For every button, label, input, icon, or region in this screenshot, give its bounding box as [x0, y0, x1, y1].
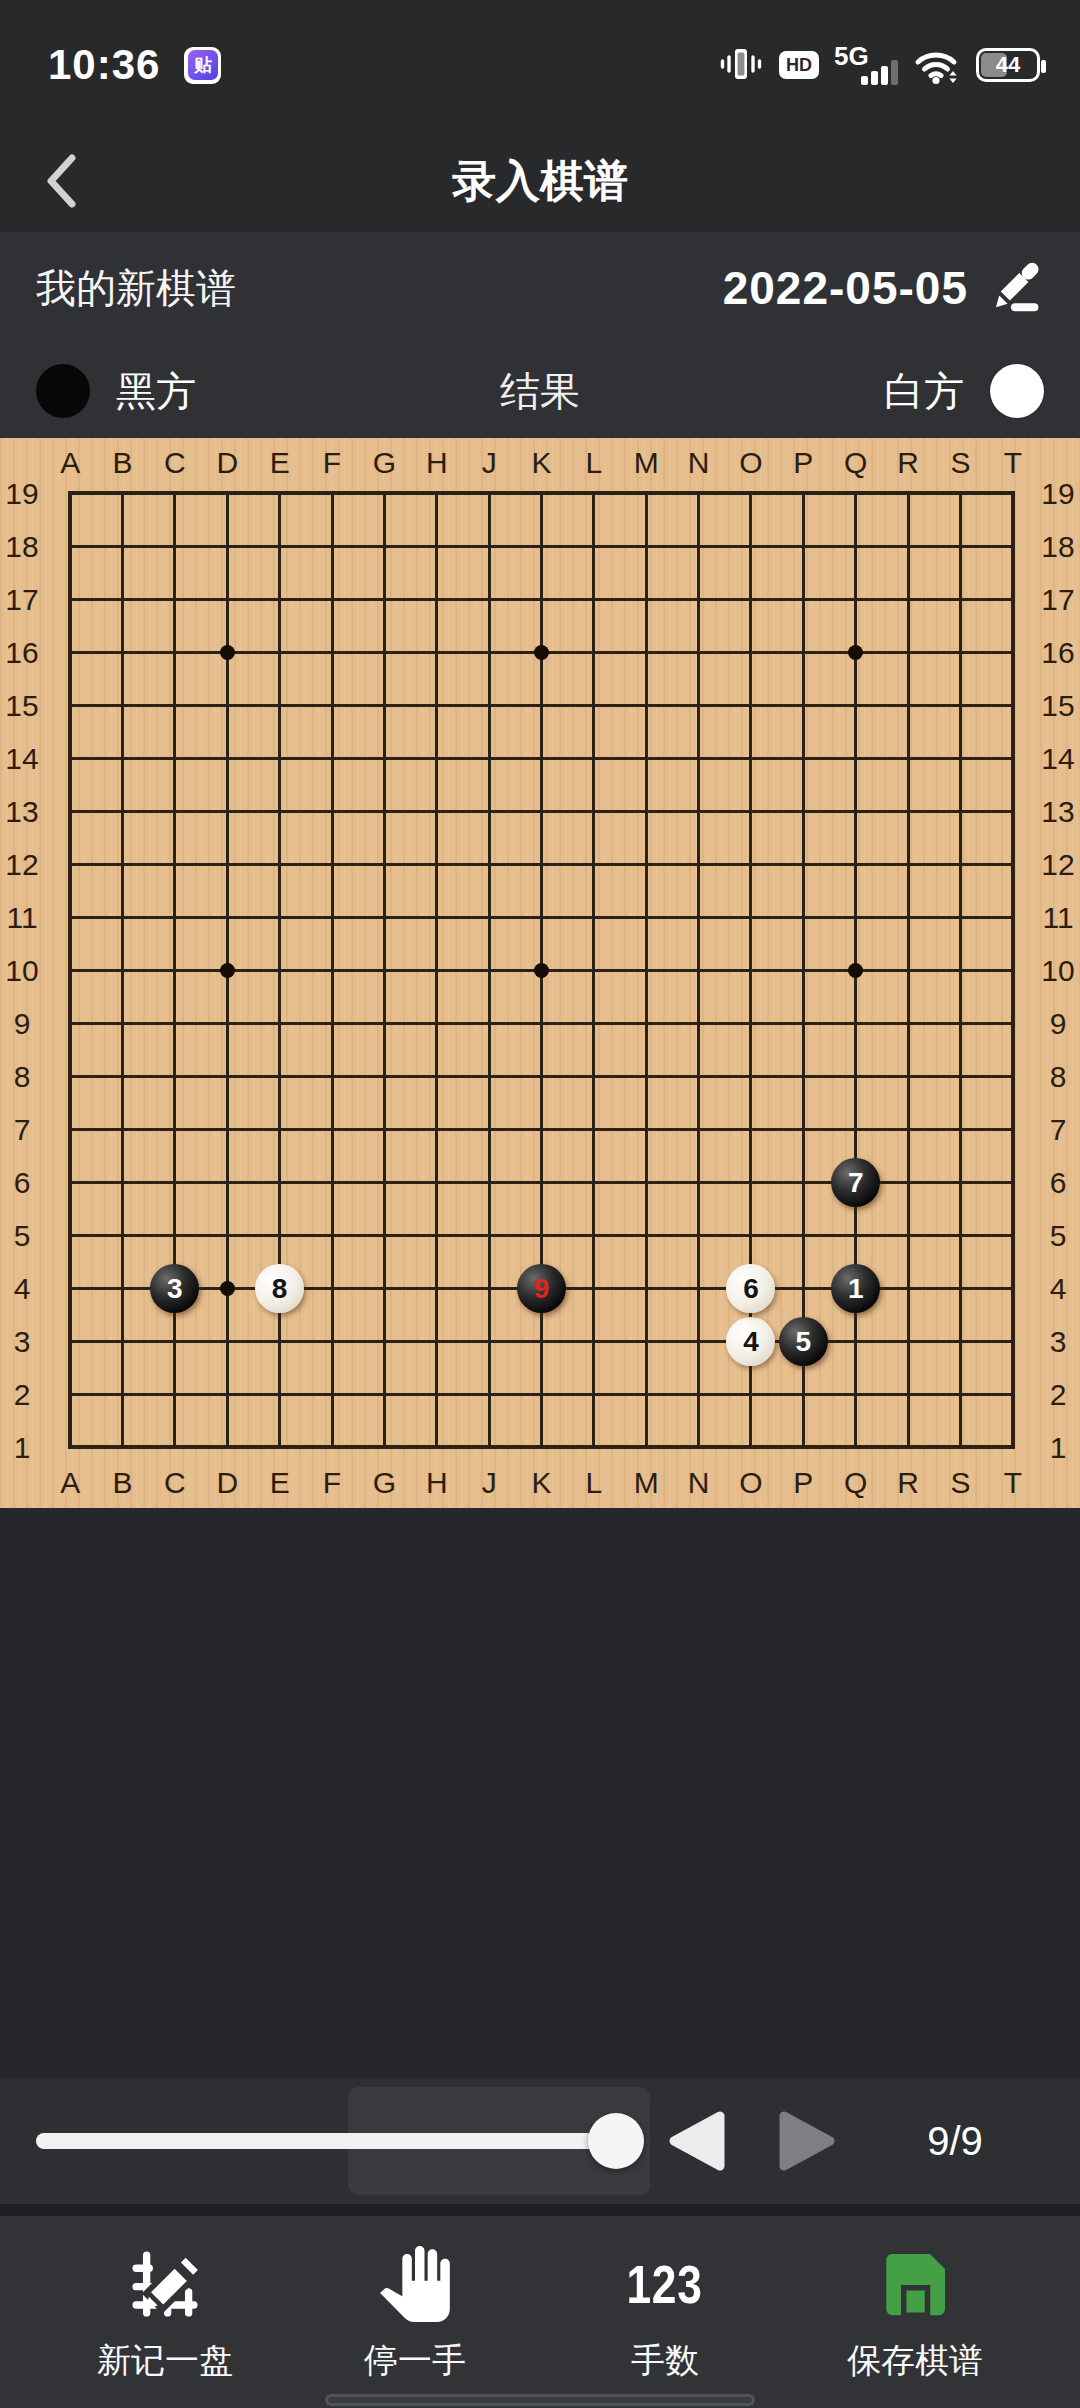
divider — [0, 2204, 1080, 2216]
new-game-button[interactable]: 新记一盘 — [40, 2242, 290, 2408]
home-indicator[interactable] — [325, 2394, 755, 2406]
stone-move-9-K4: 9 — [517, 1264, 566, 1313]
tieba-app-icon: 贴 — [188, 50, 218, 80]
edit-pencil-icon[interactable] — [986, 259, 1044, 317]
hand-icon — [377, 2242, 453, 2326]
stones-overlay: 13456789 — [0, 438, 1080, 1508]
save-record-button[interactable]: 保存棋谱 — [790, 2242, 1040, 2408]
empty-area — [0, 1508, 1080, 2078]
stone-number: 1 — [848, 1273, 864, 1305]
status-icons: HD 5G 44 — [718, 43, 1040, 87]
record-title-row: 我的新棋谱 2022-05-05 — [36, 232, 1044, 344]
stone-number: 6 — [743, 1273, 759, 1305]
move-slider-thumb[interactable] — [588, 2113, 644, 2169]
board-pencil-icon — [123, 2242, 207, 2326]
stone-number: 5 — [796, 1326, 812, 1358]
star-point-D16 — [220, 645, 235, 660]
star-point-Q10 — [848, 963, 863, 978]
move-numbers-button[interactable]: 123 手数 — [540, 2242, 790, 2408]
wifi-icon — [913, 44, 961, 86]
move-slider-track[interactable] — [36, 2133, 618, 2149]
previous-move-button[interactable] — [662, 2108, 732, 2174]
pass-label: 停一手 — [364, 2338, 466, 2384]
notification-app-badge: 贴 — [184, 47, 221, 84]
vibrate-icon — [718, 44, 764, 86]
stone-move-3-C4: 3 — [150, 1264, 199, 1313]
next-move-button[interactable] — [772, 2108, 842, 2174]
go-board[interactable]: ABCDEFGHJKLMNOPQRST ABCDEFGHJKLMNOPQRST … — [0, 438, 1080, 1508]
playback-bar: 9/9 — [0, 2078, 1080, 2204]
battery-percent: 44 — [979, 51, 1037, 79]
stone-number: 3 — [167, 1273, 183, 1305]
chevron-left-icon — [42, 152, 80, 210]
signal-bars-icon — [861, 60, 898, 85]
clock: 10:36 — [48, 41, 160, 89]
star-point-Q16 — [848, 645, 863, 660]
star-point-K16 — [534, 645, 549, 660]
5g-signal-icon: 5G — [834, 43, 898, 87]
stone-move-1-Q4: 1 — [831, 1264, 880, 1313]
nav-bar: 录入棋谱 — [0, 130, 1080, 232]
battery-cap — [1041, 60, 1046, 73]
new-game-label: 新记一盘 — [97, 2338, 233, 2384]
123-icon: 123 — [618, 2242, 711, 2326]
star-point-D4 — [220, 1281, 235, 1296]
move-progress: 9/9 — [880, 2078, 1030, 2204]
save-record-label: 保存棋谱 — [847, 2338, 983, 2384]
star-point-D10 — [220, 963, 235, 978]
stone-number: 7 — [848, 1167, 864, 1199]
players-row: 黑方 结果 白方 — [36, 344, 1044, 438]
bottom-toolbar: 新记一盘 停一手 123 手数 保存棋谱 — [0, 2216, 1080, 2408]
stone-move-8-E4: 8 — [255, 1264, 304, 1313]
move-numbers-label: 手数 — [631, 2338, 699, 2384]
battery-icon: 44 — [976, 48, 1040, 82]
record-date: 2022-05-05 — [723, 261, 968, 315]
stone-number: 9 — [534, 1273, 550, 1305]
star-point-K10 — [534, 963, 549, 978]
pass-button[interactable]: 停一手 — [290, 2242, 540, 2408]
stone-move-4-O3: 4 — [726, 1317, 775, 1366]
page-title: 录入棋谱 — [0, 152, 1080, 211]
stone-move-7-Q6: 7 — [831, 1158, 880, 1207]
record-info-panel: 我的新棋谱 2022-05-05 黑方 结果 白方 — [0, 232, 1080, 438]
back-button[interactable] — [34, 148, 88, 214]
stone-move-5-P3: 5 — [779, 1317, 828, 1366]
save-icon — [875, 2242, 955, 2326]
result-label: 结果 — [36, 364, 1044, 419]
hd-icon: HD — [779, 51, 819, 79]
stone-move-6-O4: 6 — [726, 1264, 775, 1313]
record-name: 我的新棋谱 — [36, 261, 236, 316]
status-bar: 10:36 贴 HD 5G 44 — [0, 0, 1080, 130]
stone-number: 4 — [743, 1326, 759, 1358]
stone-number: 8 — [272, 1273, 288, 1305]
